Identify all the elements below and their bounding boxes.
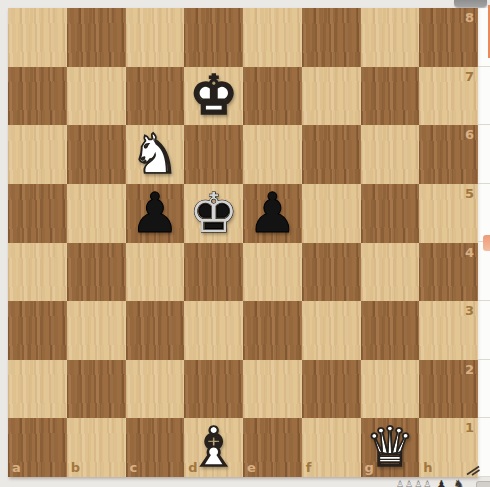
- square-e7[interactable]: [243, 67, 302, 126]
- square-b7[interactable]: [67, 67, 126, 126]
- square-d4[interactable]: [184, 243, 243, 302]
- square-b3[interactable]: [67, 301, 126, 360]
- square-e8[interactable]: [243, 8, 302, 67]
- rank-label-7: 7: [465, 70, 474, 83]
- rank-label-3: 3: [465, 304, 474, 317]
- square-f4[interactable]: [302, 243, 361, 302]
- square-h5[interactable]: 5: [419, 184, 478, 243]
- square-h6[interactable]: 6: [419, 125, 478, 184]
- square-b1[interactable]: b: [67, 418, 126, 477]
- square-e6[interactable]: [243, 125, 302, 184]
- piece-white-queen-g1[interactable]: ♛♕: [361, 418, 420, 477]
- piece-black-king-d5[interactable]: ♚♔: [184, 184, 243, 243]
- square-c7[interactable]: [126, 67, 185, 126]
- square-a4[interactable]: [8, 243, 67, 302]
- square-g7[interactable]: [361, 67, 420, 126]
- square-d1[interactable]: d♝♗: [184, 418, 243, 477]
- spare-black-pawn-icon[interactable]: ♟: [436, 478, 447, 487]
- square-d6[interactable]: [184, 125, 243, 184]
- square-a5[interactable]: [8, 184, 67, 243]
- piece-white-king-d7[interactable]: ♚♔: [184, 67, 243, 126]
- square-h4[interactable]: 4: [419, 243, 478, 302]
- square-e4[interactable]: [243, 243, 302, 302]
- square-c8[interactable]: [126, 8, 185, 67]
- square-a2[interactable]: [8, 360, 67, 419]
- square-f8[interactable]: [302, 8, 361, 67]
- rank-label-1: 1: [465, 421, 474, 434]
- square-e1[interactable]: e: [243, 418, 302, 477]
- square-f3[interactable]: [302, 301, 361, 360]
- top-tab-handle[interactable]: [454, 0, 487, 7]
- square-e3[interactable]: [243, 301, 302, 360]
- piece-black-pawn-e5[interactable]: ♟: [243, 184, 302, 243]
- square-f7[interactable]: [302, 67, 361, 126]
- square-g5[interactable]: [361, 184, 420, 243]
- piece-white-bishop-d1[interactable]: ♝♗: [184, 418, 243, 477]
- square-c3[interactable]: [126, 301, 185, 360]
- square-h3[interactable]: 3: [419, 301, 478, 360]
- square-c2[interactable]: [126, 360, 185, 419]
- rank-label-6: 6: [465, 128, 474, 141]
- rank-label-2: 2: [465, 363, 474, 376]
- black-pawn-glyph: ♟: [130, 186, 179, 241]
- square-d5[interactable]: ♚♔: [184, 184, 243, 243]
- white-king-detail-outline: ♔: [189, 68, 238, 123]
- file-label-h: h: [423, 461, 432, 474]
- square-a3[interactable]: [8, 301, 67, 360]
- square-d2[interactable]: [184, 360, 243, 419]
- chess-board: 8♚♔7♞♘6♟♚♔♟5432abcd♝♗efg♛♕h1: [8, 8, 478, 477]
- file-label-f: f: [306, 461, 312, 474]
- file-label-e: e: [247, 461, 256, 474]
- square-b6[interactable]: [67, 125, 126, 184]
- piece-white-knight-c6[interactable]: ♞♘: [126, 125, 185, 184]
- square-g8[interactable]: [361, 8, 420, 67]
- square-d3[interactable]: [184, 301, 243, 360]
- square-h2[interactable]: 2: [419, 360, 478, 419]
- square-h7[interactable]: 7: [419, 67, 478, 126]
- board-resize-handle-icon[interactable]: [466, 461, 481, 473]
- spare-black-knight-icon[interactable]: ♞: [453, 478, 465, 487]
- white-bishop-detail-outline: ♗: [189, 420, 238, 475]
- square-b8[interactable]: [67, 8, 126, 67]
- square-c1[interactable]: c: [126, 418, 185, 477]
- black-king-detail-outline: ♔: [189, 186, 238, 241]
- square-f2[interactable]: [302, 360, 361, 419]
- bottom-tab-corner[interactable]: [476, 481, 490, 487]
- file-label-b: b: [71, 461, 80, 474]
- square-c4[interactable]: [126, 243, 185, 302]
- square-e5[interactable]: ♟: [243, 184, 302, 243]
- file-label-a: a: [12, 461, 21, 474]
- square-a7[interactable]: [8, 67, 67, 126]
- scroll-marker[interactable]: [483, 235, 490, 251]
- square-f5[interactable]: [302, 184, 361, 243]
- black-pawn-glyph: ♟: [248, 186, 297, 241]
- square-g4[interactable]: [361, 243, 420, 302]
- piece-black-pawn-c5[interactable]: ♟: [126, 184, 185, 243]
- white-knight-detail-outline: ♘: [130, 127, 179, 182]
- rank-label-5: 5: [465, 187, 474, 200]
- square-d8[interactable]: [184, 8, 243, 67]
- square-c5[interactable]: ♟: [126, 184, 185, 243]
- square-b4[interactable]: [67, 243, 126, 302]
- square-h8[interactable]: 8: [419, 8, 478, 67]
- spare-pieces-tray: ♙♙♙♙ ♟ ♞: [394, 478, 490, 487]
- square-a6[interactable]: [8, 125, 67, 184]
- square-g3[interactable]: [361, 301, 420, 360]
- square-b2[interactable]: [67, 360, 126, 419]
- square-g1[interactable]: g♛♕: [361, 418, 420, 477]
- square-a1[interactable]: a: [8, 418, 67, 477]
- rank-label-4: 4: [465, 246, 474, 259]
- white-queen-detail-outline: ♕: [365, 420, 414, 475]
- square-e2[interactable]: [243, 360, 302, 419]
- square-b5[interactable]: [67, 184, 126, 243]
- square-f6[interactable]: [302, 125, 361, 184]
- square-f1[interactable]: f: [302, 418, 361, 477]
- spare-pawns-icon[interactable]: ♙♙♙♙: [396, 479, 432, 487]
- square-d7[interactable]: ♚♔: [184, 67, 243, 126]
- file-label-c: c: [130, 461, 138, 474]
- rank-label-8: 8: [465, 11, 474, 24]
- square-c6[interactable]: ♞♘: [126, 125, 185, 184]
- square-g6[interactable]: [361, 125, 420, 184]
- square-g2[interactable]: [361, 360, 420, 419]
- square-a8[interactable]: [8, 8, 67, 67]
